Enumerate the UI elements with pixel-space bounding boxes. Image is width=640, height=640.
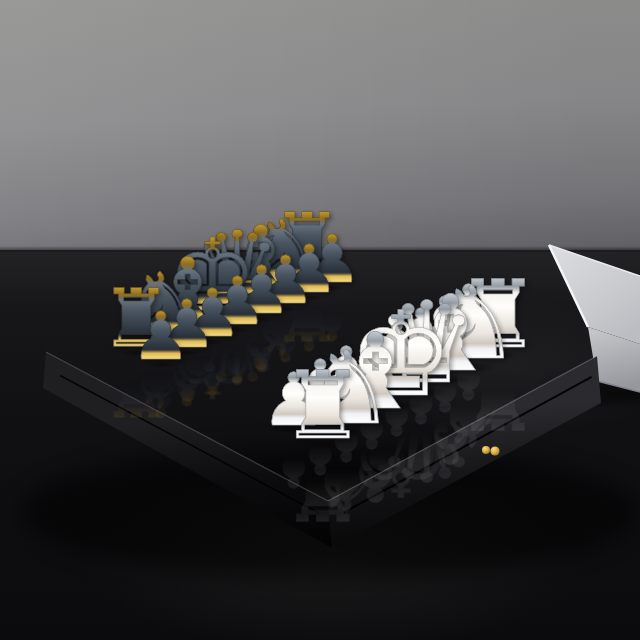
drawer-knob-ball-icon — [490, 446, 499, 455]
chess-set-photo: ♜♜♞♞♝♝♛♛♚♚♝♝♞♞♜♜♟♟♟♟♟♟♟♟♟♟♟♟♟♟♟♟♟♟♟♟♟♟♟♟… — [0, 0, 640, 640]
drawer-knob-icon — [482, 446, 490, 454]
scene-graphics — [0, 0, 640, 640]
